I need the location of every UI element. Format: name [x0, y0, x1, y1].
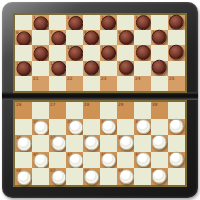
dark-man-square-10[interactable]	[151, 29, 166, 44]
light-square-r8c2	[32, 135, 49, 152]
square-number-22: 22	[67, 76, 72, 81]
white-man-square-44[interactable]	[135, 152, 150, 167]
square-5[interactable]: 5	[168, 15, 185, 30]
light-square-r10c10	[168, 168, 185, 185]
light-square-r9c9	[151, 152, 168, 169]
square-46[interactable]: 46	[15, 168, 32, 185]
light-square-r9c1	[15, 152, 32, 169]
dark-man-square-17[interactable]	[51, 61, 66, 76]
light-square-r3c5	[83, 45, 100, 60]
light-square-r5c3	[49, 76, 66, 91]
square-32[interactable]: 32	[66, 119, 83, 136]
square-3[interactable]: 3	[100, 15, 117, 30]
white-man-square-36[interactable]	[16, 137, 31, 152]
square-16[interactable]: 16	[15, 61, 32, 76]
light-square-r5c1	[15, 76, 32, 91]
light-square-r6c8	[134, 102, 151, 119]
light-square-r8c4	[66, 135, 83, 152]
square-31[interactable]: 31	[32, 119, 49, 136]
square-number-25: 25	[169, 76, 174, 81]
square-4[interactable]: 4	[134, 15, 151, 30]
square-number-30: 30	[152, 102, 157, 107]
dark-man-square-4[interactable]	[135, 15, 150, 30]
light-square-r2c2	[32, 30, 49, 45]
square-13[interactable]: 13	[100, 45, 117, 60]
square-26[interactable]: 26	[15, 102, 32, 119]
square-30[interactable]: 30	[151, 102, 168, 119]
square-38[interactable]: 38	[83, 135, 100, 152]
white-man-square-41[interactable]	[33, 153, 48, 168]
dark-man-square-18[interactable]	[84, 61, 99, 76]
square-39[interactable]: 39	[117, 135, 134, 152]
square-36[interactable]: 36	[15, 135, 32, 152]
white-man-square-40[interactable]	[151, 135, 166, 150]
square-47[interactable]: 47	[49, 168, 66, 185]
light-square-r9c5	[83, 152, 100, 169]
dark-man-square-5[interactable]	[168, 14, 183, 29]
board-top-half: 1234567891011121314151617181920212223242…	[13, 13, 187, 93]
square-25[interactable]: 25	[168, 76, 185, 91]
square-number-23: 23	[101, 76, 106, 81]
light-square-r6c6	[100, 102, 117, 119]
white-man-square-32[interactable]	[68, 120, 83, 135]
square-number-24: 24	[135, 76, 140, 81]
dark-man-square-2[interactable]	[68, 15, 83, 30]
white-man-square-43[interactable]	[101, 153, 116, 168]
dark-man-square-7[interactable]	[51, 31, 66, 46]
square-27[interactable]: 27	[49, 102, 66, 119]
square-29[interactable]: 29	[117, 102, 134, 119]
dark-man-square-9[interactable]	[118, 30, 133, 45]
light-square-r3c9	[151, 45, 168, 60]
square-8[interactable]: 8	[83, 30, 100, 45]
light-square-r9c7	[117, 152, 134, 169]
dark-man-square-13[interactable]	[101, 45, 116, 60]
square-37[interactable]: 37	[49, 135, 66, 152]
light-square-r7c7	[117, 119, 134, 136]
square-number-27: 27	[50, 102, 55, 107]
light-square-r9c3	[49, 152, 66, 169]
light-square-r1c3	[49, 15, 66, 30]
dark-man-square-16[interactable]	[16, 61, 31, 76]
square-50[interactable]: 50	[151, 168, 168, 185]
light-square-r8c8	[134, 135, 151, 152]
square-41[interactable]: 41	[32, 152, 49, 169]
dark-man-square-3[interactable]	[101, 15, 116, 30]
light-square-r2c6	[100, 30, 117, 45]
square-9[interactable]: 9	[117, 30, 134, 45]
square-28[interactable]: 28	[83, 102, 100, 119]
light-square-r3c1	[15, 45, 32, 60]
light-square-r6c4	[66, 102, 83, 119]
checkers-travel-set-photo: 1234567891011121314151617181920212223242…	[0, 0, 200, 200]
light-square-r2c8	[134, 30, 151, 45]
white-man-square-31[interactable]	[33, 120, 48, 135]
square-12[interactable]: 12	[66, 45, 83, 60]
square-14[interactable]: 14	[134, 45, 151, 60]
light-square-r10c8	[134, 168, 151, 185]
square-21[interactable]: 21	[32, 76, 49, 91]
light-square-r5c9	[151, 76, 168, 91]
square-43[interactable]: 43	[100, 152, 117, 169]
white-man-square-47[interactable]	[51, 170, 66, 185]
square-number-28: 28	[84, 102, 89, 107]
fold-hinge	[2, 92, 198, 100]
light-square-r2c4	[66, 30, 83, 45]
white-man-square-39[interactable]	[118, 136, 133, 151]
light-square-r6c10	[168, 102, 185, 119]
light-square-r7c9	[151, 119, 168, 136]
light-square-r4c6	[100, 61, 117, 76]
light-square-r5c7	[117, 76, 134, 91]
square-number-26: 26	[16, 102, 21, 107]
light-square-r1c5	[83, 15, 100, 30]
white-man-square-37[interactable]	[51, 136, 66, 151]
dark-man-square-15[interactable]	[168, 45, 183, 60]
white-man-square-42[interactable]	[68, 153, 83, 168]
light-square-r10c6	[100, 168, 117, 185]
dark-man-square-1[interactable]	[33, 16, 48, 31]
light-square-r1c9	[151, 15, 168, 30]
square-19[interactable]: 19	[117, 61, 134, 76]
dark-man-square-11[interactable]	[33, 46, 48, 61]
white-man-square-50[interactable]	[151, 168, 166, 183]
light-square-r7c5	[83, 119, 100, 136]
dark-man-square-6[interactable]	[16, 31, 31, 46]
light-square-r3c7	[117, 45, 134, 60]
light-square-r5c5	[83, 76, 100, 91]
light-square-r1c1	[15, 15, 32, 30]
square-42[interactable]: 42	[66, 152, 83, 169]
square-48[interactable]: 48	[83, 168, 100, 185]
square-24[interactable]: 24	[134, 76, 151, 91]
white-man-square-48[interactable]	[84, 169, 99, 184]
light-square-r1c7	[117, 15, 134, 30]
square-7[interactable]: 7	[49, 30, 66, 45]
light-square-r2c10	[168, 30, 185, 45]
white-man-square-46[interactable]	[16, 170, 31, 185]
dark-man-square-12[interactable]	[68, 46, 83, 61]
square-49[interactable]: 49	[117, 168, 134, 185]
light-square-r8c10	[168, 135, 185, 152]
light-square-r3c3	[49, 45, 66, 60]
light-square-r7c1	[15, 119, 32, 136]
light-square-r10c4	[66, 168, 83, 185]
light-square-r4c4	[66, 61, 83, 76]
square-6[interactable]: 6	[15, 30, 32, 45]
square-number-21: 21	[33, 76, 38, 81]
light-square-r8c6	[100, 135, 117, 152]
white-man-square-35[interactable]	[168, 119, 183, 134]
square-45[interactable]: 45	[168, 152, 185, 169]
square-11[interactable]: 11	[32, 45, 49, 60]
square-35[interactable]: 35	[168, 119, 185, 136]
light-square-r4c10	[168, 61, 185, 76]
white-man-square-38[interactable]	[84, 136, 99, 151]
square-22[interactable]: 22	[66, 76, 83, 91]
square-20[interactable]: 20	[151, 61, 168, 76]
white-man-square-34[interactable]	[135, 119, 150, 134]
square-40[interactable]: 40	[151, 135, 168, 152]
light-square-r6c2	[32, 102, 49, 119]
dark-man-square-19[interactable]	[118, 60, 133, 75]
square-10[interactable]: 10	[151, 30, 168, 45]
board-bottom-half: 2627282930313233343536373839404142434445…	[13, 100, 187, 187]
dark-man-square-8[interactable]	[84, 30, 99, 45]
square-number-29: 29	[118, 102, 123, 107]
square-2[interactable]: 2	[66, 15, 83, 30]
dark-man-square-14[interactable]	[135, 45, 150, 60]
light-square-r7c3	[49, 119, 66, 136]
square-33[interactable]: 33	[100, 119, 117, 136]
square-18[interactable]: 18	[83, 61, 100, 76]
square-44[interactable]: 44	[134, 152, 151, 169]
square-1[interactable]: 1	[32, 15, 49, 30]
square-34[interactable]: 34	[134, 119, 151, 136]
white-man-square-33[interactable]	[101, 119, 116, 134]
square-23[interactable]: 23	[100, 76, 117, 91]
light-square-r4c8	[134, 61, 151, 76]
white-man-square-45[interactable]	[168, 152, 183, 167]
white-man-square-49[interactable]	[118, 169, 133, 184]
square-15[interactable]: 15	[168, 45, 185, 60]
light-square-r4c2	[32, 61, 49, 76]
dark-man-square-20[interactable]	[151, 60, 166, 75]
square-17[interactable]: 17	[49, 61, 66, 76]
light-square-r10c2	[32, 168, 49, 185]
